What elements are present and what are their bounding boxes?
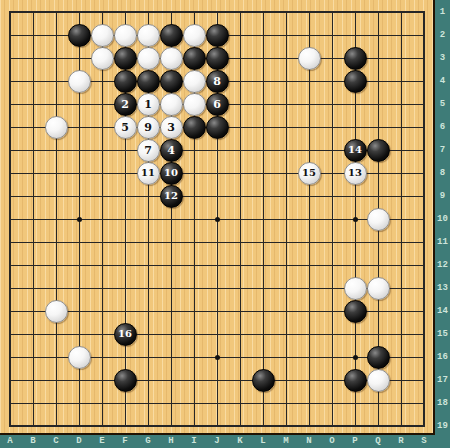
stone-black-J4[interactable]: 8 <box>206 70 229 93</box>
move-number-label: 13 <box>348 168 362 178</box>
column-label-C: C <box>48 436 64 446</box>
column-coordinate-strip: ABCDEFGHIJKLMNOPQRS <box>0 435 450 448</box>
stone-black-F3[interactable] <box>114 47 137 70</box>
row-label-4: 4 <box>435 76 450 86</box>
move-number-label: 7 <box>144 145 152 156</box>
stone-black-P3[interactable] <box>344 47 367 70</box>
stone-black-I3[interactable] <box>183 47 206 70</box>
star-point <box>215 217 220 222</box>
move-number-label: 2 <box>121 99 129 110</box>
stone-black-D2[interactable] <box>68 24 91 47</box>
row-label-14: 14 <box>435 306 450 316</box>
column-label-G: G <box>140 436 156 446</box>
column-label-F: F <box>117 436 133 446</box>
move-number-label: 14 <box>348 145 362 155</box>
stone-white-Q13[interactable] <box>367 277 390 300</box>
stone-black-P14[interactable] <box>344 300 367 323</box>
grid-line <box>263 11 264 427</box>
move-number-label: 8 <box>213 76 221 87</box>
star-point <box>215 355 220 360</box>
row-label-10: 10 <box>435 214 450 224</box>
row-label-3: 3 <box>435 53 450 63</box>
stone-white-P8[interactable]: 13 <box>344 162 367 185</box>
grid-line <box>332 11 333 427</box>
stone-black-P7[interactable]: 14 <box>344 139 367 162</box>
grid-line <box>9 403 425 404</box>
star-point <box>353 355 358 360</box>
column-label-I: I <box>186 436 202 446</box>
row-label-1: 1 <box>435 7 450 17</box>
row-label-18: 18 <box>435 398 450 408</box>
column-label-J: J <box>209 436 225 446</box>
row-label-2: 2 <box>435 30 450 40</box>
stone-black-H9[interactable]: 12 <box>160 185 183 208</box>
stone-white-G5[interactable]: 1 <box>137 93 160 116</box>
column-label-N: N <box>301 436 317 446</box>
stone-black-Q16[interactable] <box>367 346 390 369</box>
stone-white-I5[interactable] <box>183 93 206 116</box>
grid-line <box>309 11 310 427</box>
grid-line <box>240 11 241 427</box>
row-label-9: 9 <box>435 191 450 201</box>
stone-white-F6[interactable]: 5 <box>114 116 137 139</box>
move-number-label: 4 <box>167 145 175 156</box>
stone-white-C14[interactable] <box>45 300 68 323</box>
stone-black-J6[interactable] <box>206 116 229 139</box>
stone-black-I6[interactable] <box>183 116 206 139</box>
row-label-19: 19 <box>435 421 450 431</box>
row-label-5: 5 <box>435 99 450 109</box>
grid-line <box>9 265 425 266</box>
stone-black-J2[interactable] <box>206 24 229 47</box>
stone-white-Q17[interactable] <box>367 369 390 392</box>
move-number-label: 6 <box>213 99 221 110</box>
stone-black-G4[interactable] <box>137 70 160 93</box>
star-point <box>353 217 358 222</box>
go-board-app: 82641410121615937111513 1234567891011121… <box>0 0 450 448</box>
column-label-D: D <box>71 436 87 446</box>
stone-black-H2[interactable] <box>160 24 183 47</box>
grid-line <box>9 334 425 335</box>
grid-line <box>9 242 425 243</box>
column-label-O: O <box>324 436 340 446</box>
column-label-B: B <box>25 436 41 446</box>
stone-black-H7[interactable]: 4 <box>160 139 183 162</box>
stone-black-J3[interactable] <box>206 47 229 70</box>
column-label-Q: Q <box>370 436 386 446</box>
stone-black-F5[interactable]: 2 <box>114 93 137 116</box>
move-number-label: 5 <box>121 122 129 133</box>
stone-white-N8[interactable]: 15 <box>298 162 321 185</box>
stone-white-D16[interactable] <box>68 346 91 369</box>
stone-black-F17[interactable] <box>114 369 137 392</box>
stone-white-E3[interactable] <box>91 47 114 70</box>
stone-white-F2[interactable] <box>114 24 137 47</box>
column-label-A: A <box>2 436 18 446</box>
stone-white-G7[interactable]: 7 <box>137 139 160 162</box>
stone-black-L17[interactable] <box>252 369 275 392</box>
row-label-11: 11 <box>435 237 450 247</box>
goban-surface[interactable]: 82641410121615937111513 <box>0 0 435 435</box>
stone-white-G6[interactable]: 9 <box>137 116 160 139</box>
stone-white-D4[interactable] <box>68 70 91 93</box>
move-number-label: 1 <box>144 99 152 110</box>
column-label-H: H <box>163 436 179 446</box>
stone-black-J5[interactable]: 6 <box>206 93 229 116</box>
grid-line <box>9 425 425 427</box>
column-label-K: K <box>232 436 248 446</box>
stone-white-E2[interactable] <box>91 24 114 47</box>
stone-black-H8[interactable]: 10 <box>160 162 183 185</box>
stone-white-I4[interactable] <box>183 70 206 93</box>
row-label-17: 17 <box>435 375 450 385</box>
stone-black-F15[interactable]: 16 <box>114 323 137 346</box>
column-label-M: M <box>278 436 294 446</box>
grid-line <box>423 11 425 427</box>
column-label-E: E <box>94 436 110 446</box>
grid-line <box>286 11 287 427</box>
stone-white-H5[interactable] <box>160 93 183 116</box>
row-label-13: 13 <box>435 283 450 293</box>
column-label-P: P <box>347 436 363 446</box>
stone-white-N3[interactable] <box>298 47 321 70</box>
row-label-7: 7 <box>435 145 450 155</box>
stone-white-G2[interactable] <box>137 24 160 47</box>
star-point <box>77 217 82 222</box>
stone-white-H3[interactable] <box>160 47 183 70</box>
stone-white-Q10[interactable] <box>367 208 390 231</box>
row-label-15: 15 <box>435 329 450 339</box>
row-coordinate-strip: 12345678910111213141516171819 <box>435 0 450 448</box>
move-number-label: 9 <box>144 122 152 133</box>
row-label-6: 6 <box>435 122 450 132</box>
stone-white-P13[interactable] <box>344 277 367 300</box>
grid-line <box>401 11 402 427</box>
column-label-R: R <box>393 436 409 446</box>
stone-black-Q7[interactable] <box>367 139 390 162</box>
stone-black-P4[interactable] <box>344 70 367 93</box>
stone-white-G8[interactable]: 11 <box>137 162 160 185</box>
stone-white-G3[interactable] <box>137 47 160 70</box>
stone-white-C6[interactable] <box>45 116 68 139</box>
move-number-label: 15 <box>302 168 316 178</box>
move-number-label: 10 <box>164 168 178 178</box>
stone-black-P17[interactable] <box>344 369 367 392</box>
stone-white-I2[interactable] <box>183 24 206 47</box>
stone-black-H4[interactable] <box>160 70 183 93</box>
stone-black-F4[interactable] <box>114 70 137 93</box>
move-number-label: 16 <box>118 329 132 339</box>
column-label-S: S <box>416 436 432 446</box>
row-label-12: 12 <box>435 260 450 270</box>
move-number-label: 3 <box>167 122 175 133</box>
row-label-16: 16 <box>435 352 450 362</box>
move-number-label: 12 <box>164 191 178 201</box>
row-label-8: 8 <box>435 168 450 178</box>
stone-white-H6[interactable]: 3 <box>160 116 183 139</box>
move-number-label: 11 <box>141 168 155 178</box>
column-label-L: L <box>255 436 271 446</box>
